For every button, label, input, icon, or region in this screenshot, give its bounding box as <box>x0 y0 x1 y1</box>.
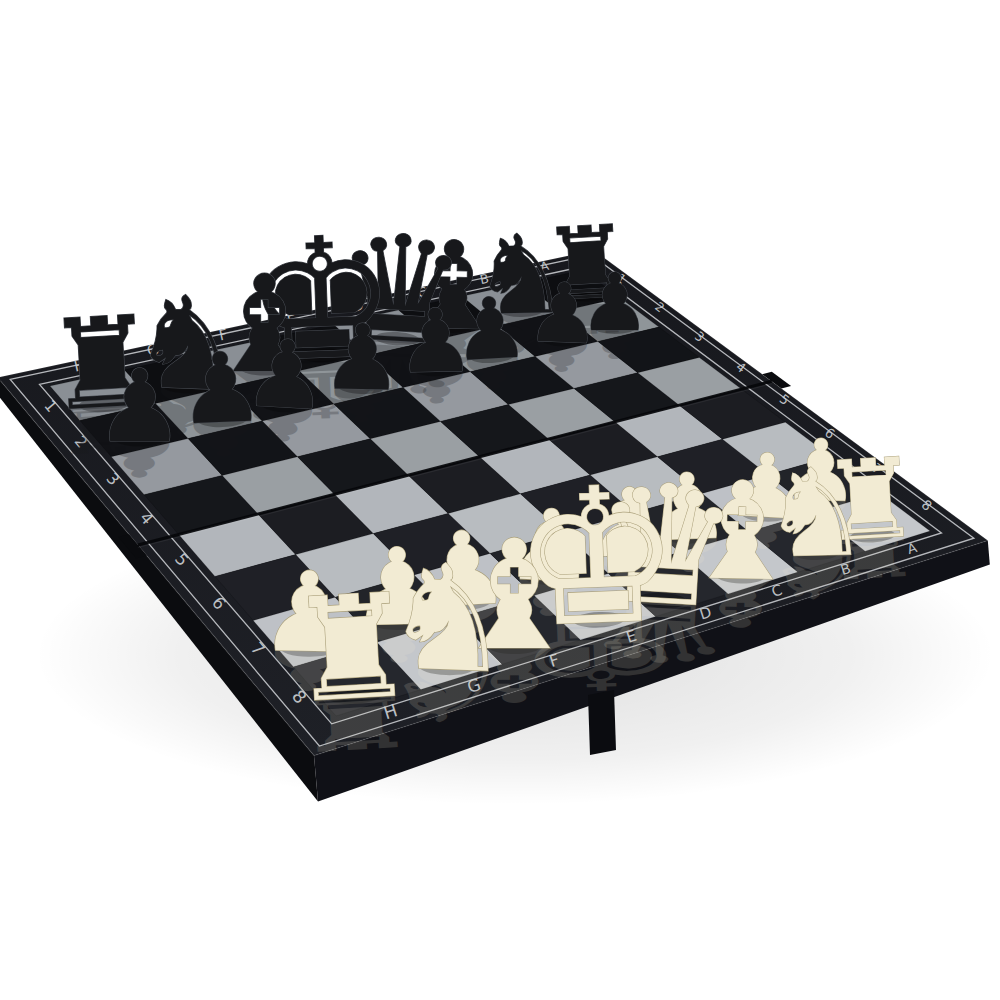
piece-glyph: ♜ <box>283 562 420 735</box>
piece-glyph: ♟ <box>396 290 477 393</box>
piece-glyph: ♟ <box>176 330 267 446</box>
piece-black-pawn-b2: ♟♟ <box>524 265 602 382</box>
chess-set-photo: 1122334455667788HHGGFFEEDDCCBBAA♜♜♞♞♝♝♛♛… <box>0 0 1000 1000</box>
piece-black-pawn-g2: ♟♟ <box>176 330 268 468</box>
piece-glyph: ♟ <box>321 304 404 411</box>
piece-glyph: ♟ <box>95 348 185 465</box>
chess-board: 1122334455667788HHGGFFEEDDCCBBAA♜♜♞♞♝♝♛♛… <box>0 0 1000 1000</box>
piece-black-pawn-h2: ♟♟ <box>95 348 185 488</box>
piece-black-pawn-d2: ♟♟ <box>396 290 477 413</box>
piece-white-rook-h8: ♜♜ <box>283 562 422 767</box>
piece-black-pawn-e2: ♟♟ <box>320 304 404 431</box>
piece-glyph: ♟ <box>525 265 602 363</box>
